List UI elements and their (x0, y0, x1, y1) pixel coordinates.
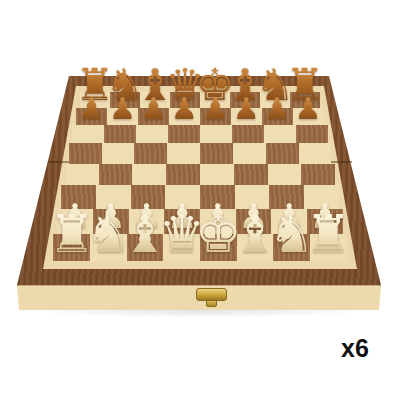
square-f6 (232, 125, 264, 144)
square-f4 (234, 164, 268, 186)
piece-white-rook: ♜ (305, 208, 352, 260)
square-a6 (72, 125, 104, 144)
piece-black-pawn: ♟ (202, 94, 229, 124)
square-c4 (132, 164, 166, 186)
piece-black-pawn: ♟ (78, 94, 105, 124)
square-g5 (266, 143, 299, 163)
square-c5 (134, 143, 167, 163)
square-c7: ♟ (138, 108, 169, 125)
square-h7: ♟ (293, 108, 324, 125)
square-b4 (99, 164, 133, 186)
piece-black-pawn: ♟ (233, 94, 260, 124)
piece-black-pawn: ♟ (109, 94, 136, 124)
chess-set-product-photo: ♜♞♝♛♚♝♞♜♟♟♟♟♟♟♟♟♟♟♟♟♟♟♟♟♜♞♝♛♚♝♞♜ x6 (0, 0, 400, 400)
square-e6 (200, 125, 232, 144)
chess-board: ♜♞♝♛♚♝♞♜♟♟♟♟♟♟♟♟♟♟♟♟♟♟♟♟♜♞♝♛♚♝♞♜ (0, 92, 400, 261)
square-d4 (166, 164, 200, 186)
piece-black-pawn: ♟ (295, 94, 322, 124)
box-lid-edge (17, 285, 381, 286)
square-a4 (65, 164, 99, 186)
board-row-rank-1: ♜♞♝♛♚♝♞♜ (53, 234, 346, 261)
square-b5 (102, 143, 135, 163)
piece-black-pawn: ♟ (264, 94, 291, 124)
square-c6 (136, 125, 168, 144)
square-f7: ♟ (231, 108, 262, 125)
brass-latch-tab (206, 300, 217, 307)
piece-black-pawn: ♟ (171, 94, 198, 124)
square-e5 (200, 143, 233, 163)
square-f5 (233, 143, 266, 163)
square-d5 (167, 143, 200, 163)
square-b6 (104, 125, 136, 144)
square-h5 (299, 143, 332, 163)
square-h1: ♜ (310, 234, 347, 261)
board-row-rank-7: ♟♟♟♟♟♟♟♟ (76, 108, 323, 125)
square-h4 (301, 164, 335, 186)
square-h6 (296, 125, 328, 144)
quantity-label: x6 (341, 334, 391, 363)
square-d7: ♟ (169, 108, 200, 125)
square-d6 (168, 125, 200, 144)
square-g7: ♟ (262, 108, 293, 125)
square-a5 (69, 143, 102, 163)
square-a7: ♟ (76, 108, 107, 125)
square-g6 (264, 125, 296, 144)
board-row-rank-4 (65, 164, 335, 186)
piece-black-pawn: ♟ (140, 94, 167, 124)
square-e4 (200, 164, 234, 186)
square-g4 (268, 164, 302, 186)
board-row-rank-5 (69, 143, 332, 163)
board-row-rank-6 (72, 125, 327, 144)
square-b7: ♟ (107, 108, 138, 125)
square-e7: ♟ (200, 108, 231, 125)
